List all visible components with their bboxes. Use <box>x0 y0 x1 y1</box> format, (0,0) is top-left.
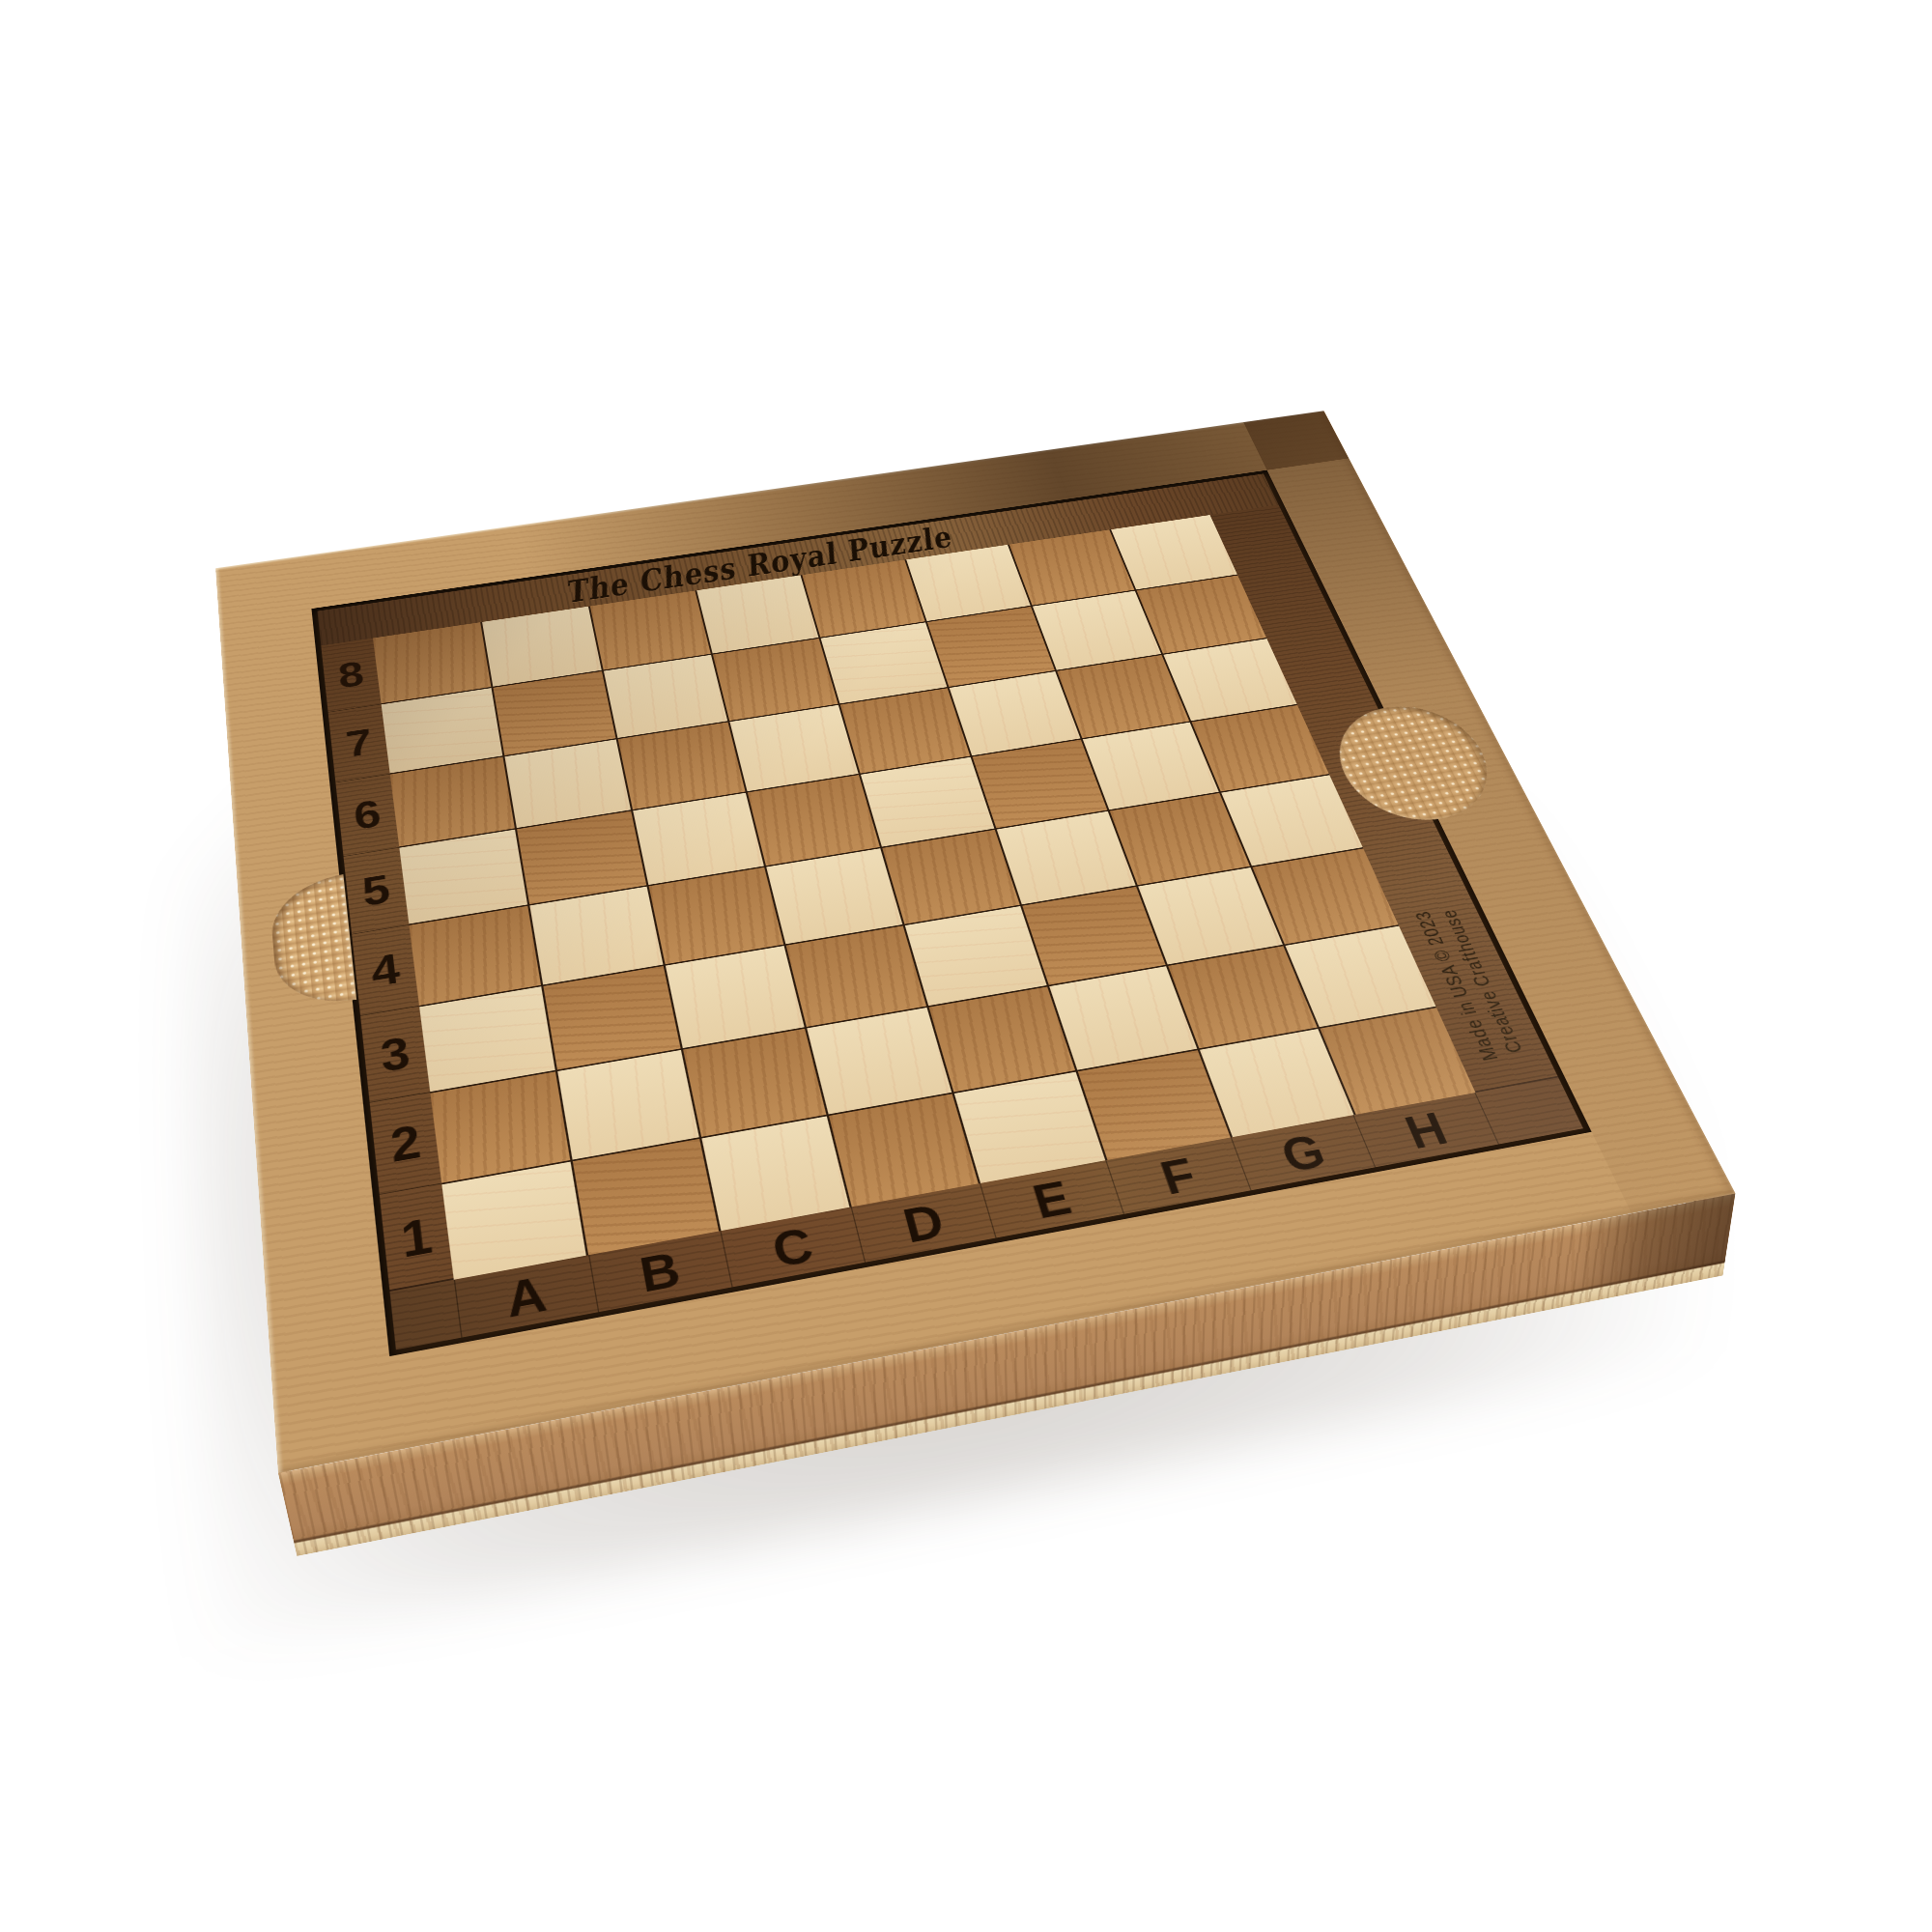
rank-label-5: 5 <box>344 847 410 934</box>
rank-label-1: 1 <box>380 1184 454 1292</box>
rank-label-6: 6 <box>335 774 399 856</box>
rank-label-8: 8 <box>321 639 381 713</box>
rank-label-4: 4 <box>352 924 419 1016</box>
chess-tray-box: The Chess Royal Puzzle 87654321 Made in … <box>231 486 1723 1556</box>
walnut-frame: The Chess Royal Puzzle 87654321 Made in … <box>317 473 1582 1350</box>
board-recess: The Chess Royal Puzzle 87654321 Made in … <box>311 470 1591 1356</box>
photo-scene: The Chess Royal Puzzle 87654321 Made in … <box>0 0 1932 1932</box>
rank-label-3: 3 <box>360 1007 430 1103</box>
rank-label-2: 2 <box>370 1093 442 1195</box>
rank-label-7: 7 <box>328 704 390 782</box>
